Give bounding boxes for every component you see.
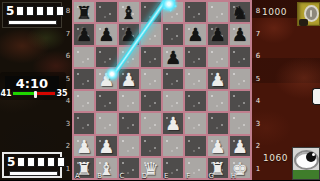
square-c7[interactable]: ♟ xyxy=(119,24,139,44)
square-d6[interactable] xyxy=(141,47,161,67)
square-b4[interactable] xyxy=(96,91,116,111)
square-e5[interactable] xyxy=(163,69,183,89)
counter-slot-box xyxy=(56,6,64,16)
square-b5[interactable]: ♟ xyxy=(96,69,116,89)
square-a3[interactable] xyxy=(74,113,94,133)
piece-white-pawn-b2[interactable]: ♟ xyxy=(96,136,116,156)
top-counter-bar xyxy=(8,20,57,25)
piece-white-pawn-g2[interactable]: ♟ xyxy=(208,136,228,156)
counter-slot-box xyxy=(17,157,25,167)
card-clock-icon xyxy=(297,2,320,26)
square-b1[interactable]: ♝ xyxy=(96,158,116,178)
chess-board: ♜♝♞♟♟♟♟♟♟♟♟♟♟♟♟♟♟♟♜♝♛♜♚ xyxy=(72,0,252,180)
square-h8[interactable]: ♞ xyxy=(230,2,250,22)
square-e1[interactable] xyxy=(163,158,183,178)
square-e6[interactable]: ♟ xyxy=(163,47,183,67)
piece-white-pawn-b5[interactable]: ♟ xyxy=(96,69,116,89)
square-h3[interactable] xyxy=(230,113,250,133)
rank-label-3: 3 xyxy=(254,113,262,136)
card-ring-slit xyxy=(310,10,312,17)
square-f7[interactable]: ♟ xyxy=(185,24,205,44)
rank-label-1: 1 xyxy=(254,158,262,181)
bottom-counter-value: 5 xyxy=(7,156,15,168)
rank-label-4: 4 xyxy=(254,90,262,113)
rank-label-7: 7 xyxy=(64,23,72,46)
square-a7[interactable]: ♟ xyxy=(74,24,94,44)
counter-slot-box xyxy=(46,6,54,16)
advantage-bar-green xyxy=(13,92,35,95)
rank-label-6: 6 xyxy=(64,45,72,68)
square-f5[interactable] xyxy=(185,69,205,89)
piece-black-pawn-b7[interactable]: ♟ xyxy=(96,24,116,44)
counter-slot-box xyxy=(27,157,35,167)
piece-black-pawn-e6[interactable]: ♟ xyxy=(163,47,183,67)
square-e2[interactable] xyxy=(163,136,183,156)
score-top-right: 1000 xyxy=(262,7,287,17)
square-e7[interactable] xyxy=(163,24,183,44)
square-f2[interactable] xyxy=(185,136,205,156)
piece-white-rook-g1[interactable]: ♜ xyxy=(208,158,228,178)
advantage-bar xyxy=(12,91,56,96)
square-c1[interactable] xyxy=(119,158,139,178)
square-a2[interactable]: ♟ xyxy=(74,136,94,156)
square-d4[interactable] xyxy=(141,91,161,111)
piece-white-pawn-e3[interactable]: ♟ xyxy=(163,113,183,133)
counter-slot-box xyxy=(47,157,55,167)
square-b2[interactable]: ♟ xyxy=(96,136,116,156)
square-g5[interactable]: ♟ xyxy=(208,69,228,89)
square-c6[interactable] xyxy=(119,47,139,67)
advantage-bar-notch xyxy=(34,91,37,98)
square-h2[interactable]: ♟ xyxy=(230,136,250,156)
bottom-counter-slots xyxy=(17,157,65,167)
square-d1[interactable]: ♛ xyxy=(141,158,161,178)
rank-label-8: 8 xyxy=(254,0,262,23)
rank-label-5: 5 xyxy=(254,68,262,91)
white-bar-icon xyxy=(312,88,320,105)
piece-white-pawn-a2[interactable]: ♟ xyxy=(74,136,94,156)
advantage-bar-red xyxy=(35,92,55,95)
square-b8[interactable] xyxy=(96,2,116,22)
eye-icon xyxy=(292,147,320,180)
square-g6[interactable] xyxy=(208,47,228,67)
square-f3[interactable] xyxy=(185,113,205,133)
rank-label-6: 6 xyxy=(254,45,262,68)
square-f1[interactable] xyxy=(185,158,205,178)
square-a4[interactable] xyxy=(74,91,94,111)
rank-label-7: 7 xyxy=(254,23,262,46)
square-f4[interactable] xyxy=(185,91,205,111)
piece-black-pawn-f7[interactable]: ♟ xyxy=(185,24,205,44)
square-h7[interactable]: ♟ xyxy=(230,24,250,44)
square-c2[interactable] xyxy=(119,136,139,156)
piece-white-pawn-c5[interactable]: ♟ xyxy=(119,69,139,89)
square-b3[interactable] xyxy=(96,113,116,133)
game-screen: ♜♝♞♟♟♟♟♟♟♟♟♟♟♟♟♟♟♟♜♝♛♜♚ 87654321 8765432… xyxy=(0,0,320,180)
bottom-counter-bar xyxy=(9,171,58,176)
square-c5[interactable]: ♟ xyxy=(119,69,139,89)
piece-white-rook-a1[interactable]: ♜ xyxy=(74,158,94,178)
square-g3[interactable] xyxy=(208,113,228,133)
square-c3[interactable] xyxy=(119,113,139,133)
card-dark-blob xyxy=(299,19,308,26)
square-e3[interactable]: ♟ xyxy=(163,113,183,133)
eye-icon-grass xyxy=(293,170,319,179)
rank-label-2: 2 xyxy=(64,135,72,158)
rank-label-3: 3 xyxy=(64,113,72,136)
advantage-left-value: 41 xyxy=(0,89,12,98)
square-g1[interactable]: ♜ xyxy=(208,158,228,178)
square-a1[interactable]: ♜ xyxy=(74,158,94,178)
rank-label-2: 2 xyxy=(254,135,262,158)
piece-white-pawn-h2[interactable]: ♟ xyxy=(230,136,250,156)
square-h4[interactable] xyxy=(230,91,250,111)
square-a6[interactable] xyxy=(74,47,94,67)
rank-labels-right: 87654321 xyxy=(254,0,262,180)
counter-slot-box xyxy=(16,6,24,16)
score-bottom-right: 1060 xyxy=(263,153,288,163)
piece-black-pawn-c7[interactable]: ♟ xyxy=(119,24,139,44)
piece-black-pawn-g7[interactable]: ♟ xyxy=(208,24,228,44)
square-d3[interactable] xyxy=(141,113,161,133)
square-b7[interactable]: ♟ xyxy=(96,24,116,44)
square-h6[interactable] xyxy=(230,47,250,67)
square-a8[interactable]: ♜ xyxy=(74,2,94,22)
square-g2[interactable]: ♟ xyxy=(208,136,228,156)
square-a5[interactable] xyxy=(74,69,94,89)
counter-slot-box xyxy=(37,157,45,167)
piece-white-queen-d1[interactable]: ♛ xyxy=(141,158,161,178)
piece-black-pawn-a7[interactable]: ♟ xyxy=(74,24,94,44)
square-g7[interactable]: ♟ xyxy=(208,24,228,44)
square-d7[interactable] xyxy=(141,24,161,44)
square-h1[interactable]: ♚ xyxy=(230,158,250,178)
piece-black-rook-a8[interactable]: ♜ xyxy=(74,2,94,22)
square-h5[interactable] xyxy=(230,69,250,89)
piece-black-pawn-h7[interactable]: ♟ xyxy=(230,24,250,44)
square-f6[interactable] xyxy=(185,47,205,67)
top-left-counter-panel: 5 xyxy=(2,2,62,28)
square-d5[interactable] xyxy=(141,69,161,89)
advantage-right-value: 35 xyxy=(56,89,68,98)
counter-slot-box xyxy=(36,6,44,16)
piece-white-pawn-g5[interactable]: ♟ xyxy=(208,69,228,89)
square-b6[interactable] xyxy=(96,47,116,67)
square-g8[interactable] xyxy=(208,2,228,22)
square-d8[interactable] xyxy=(141,2,161,22)
square-f8[interactable] xyxy=(185,2,205,22)
counter-slot-box xyxy=(57,157,65,167)
advantage-bar-row: 41 35 xyxy=(0,89,70,98)
square-g4[interactable] xyxy=(208,91,228,111)
top-counter-value: 5 xyxy=(6,5,14,17)
counter-slot-box xyxy=(26,6,34,16)
rank-label-8: 8 xyxy=(64,0,72,23)
piece-black-knight-h8[interactable]: ♞ xyxy=(230,2,250,22)
square-e8[interactable] xyxy=(163,2,183,22)
piece-white-king-h1[interactable]: ♚ xyxy=(230,158,250,178)
piece-black-bishop-c8[interactable]: ♝ xyxy=(119,2,139,22)
piece-white-bishop-b1[interactable]: ♝ xyxy=(96,158,116,178)
top-counter-slots xyxy=(16,6,64,16)
square-c8[interactable]: ♝ xyxy=(119,2,139,22)
eye-icon-glint xyxy=(312,153,315,156)
square-e4[interactable] xyxy=(163,91,183,111)
square-d2[interactable] xyxy=(141,136,161,156)
square-c4[interactable] xyxy=(119,91,139,111)
bottom-left-counter-panel: 5 xyxy=(2,152,62,178)
